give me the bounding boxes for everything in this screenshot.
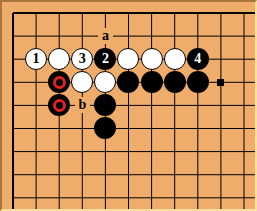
stone-black <box>164 71 186 93</box>
move-number: 2 <box>102 52 109 66</box>
stone-white <box>94 71 116 93</box>
stone-black <box>94 117 116 139</box>
circle-marker <box>53 99 66 112</box>
point-label-a: a <box>98 28 113 44</box>
stone-white <box>164 48 186 70</box>
stone-black-4: 4 <box>187 48 209 70</box>
circle-marker <box>53 76 66 89</box>
stone-black-marked <box>48 94 70 116</box>
move-number: 1 <box>33 52 40 66</box>
stone-black <box>94 94 116 116</box>
board-stones-layer: 1324ab <box>1 1 255 209</box>
star-point <box>217 79 224 86</box>
stone-black <box>141 71 163 93</box>
stone-white <box>117 48 139 70</box>
stone-black-2: 2 <box>94 48 116 70</box>
stone-white <box>71 71 93 93</box>
stone-black-marked <box>48 71 70 93</box>
move-number: 4 <box>194 52 201 66</box>
stone-white-3: 3 <box>71 48 93 70</box>
go-corner-diagram: 1324ab <box>0 0 257 211</box>
stone-white-1: 1 <box>25 48 47 70</box>
stone-black <box>117 71 139 93</box>
stone-white <box>141 48 163 70</box>
move-number: 3 <box>79 52 86 66</box>
stone-white <box>48 48 70 70</box>
stone-black <box>187 71 209 93</box>
point-label-b: b <box>75 97 90 113</box>
